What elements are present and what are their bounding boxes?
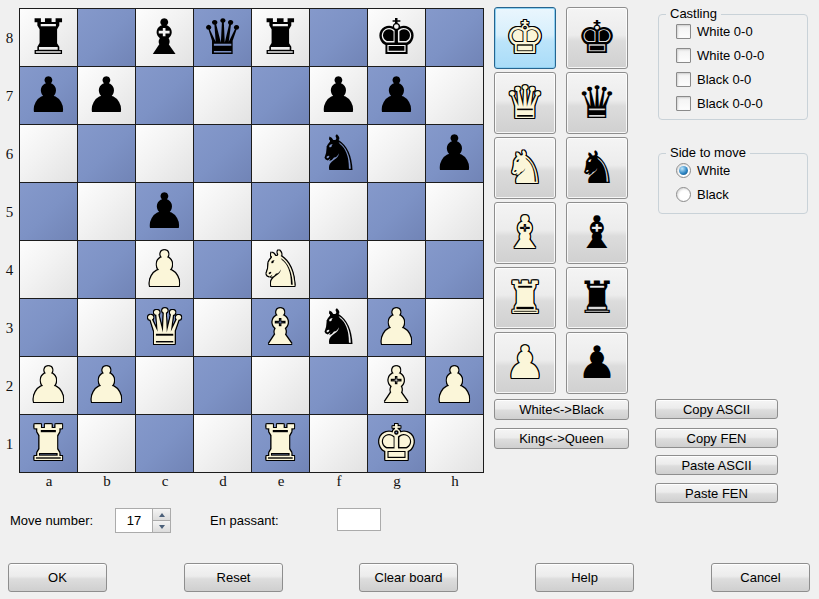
square-e3[interactable]: ♝ bbox=[252, 299, 309, 356]
square-e1[interactable]: ♜ bbox=[252, 415, 309, 472]
radio-button[interactable] bbox=[676, 187, 691, 202]
castling-group-title: Castling bbox=[666, 6, 721, 21]
square-c2[interactable] bbox=[136, 357, 193, 414]
square-e6[interactable] bbox=[252, 125, 309, 182]
black-knight-piece: ♞ bbox=[310, 299, 367, 356]
palette-white-king-button[interactable]: ♚ bbox=[494, 7, 556, 69]
copy-fen-button[interactable]: Copy FEN bbox=[655, 428, 778, 448]
side-to-move-option-white[interactable]: White bbox=[676, 164, 730, 177]
checkbox-label: White 0-0-0 bbox=[697, 48, 764, 63]
square-d1[interactable] bbox=[194, 415, 251, 472]
checkbox[interactable] bbox=[676, 24, 691, 39]
rank-label-6: 6 bbox=[0, 125, 19, 183]
white-queen-piece: ♛ bbox=[136, 299, 193, 356]
square-f1[interactable] bbox=[310, 415, 367, 472]
square-b5[interactable] bbox=[78, 183, 135, 240]
piece-palette: ♚♚♛♛♞♞♝♝♜♜♟♟ bbox=[494, 7, 628, 394]
palette-black-pawn-button[interactable]: ♟ bbox=[566, 332, 628, 394]
rank-label-2: 2 bbox=[0, 357, 19, 415]
clear-board-button[interactable]: Clear board bbox=[359, 563, 458, 592]
square-f3[interactable]: ♞ bbox=[310, 299, 367, 356]
rank-labels: 87654321 bbox=[0, 9, 19, 473]
square-c8[interactable]: ♝ bbox=[136, 9, 193, 66]
paste-fen-button[interactable]: Paste FEN bbox=[655, 483, 778, 503]
palette-white-pawn-button[interactable]: ♟ bbox=[494, 332, 556, 394]
square-c6[interactable] bbox=[136, 125, 193, 182]
rank-label-1: 1 bbox=[0, 415, 19, 473]
file-label-e: e bbox=[252, 471, 310, 491]
file-label-f: f bbox=[310, 471, 368, 491]
square-d7[interactable] bbox=[194, 67, 251, 124]
black-pawn-piece: ♟ bbox=[20, 67, 77, 124]
file-label-a: a bbox=[20, 471, 78, 491]
board: ♜♝♛♜♚♟♟♟♟♞♟♟♟♞♛♝♞♟♟♟♝♟♜♜♚ bbox=[19, 8, 484, 473]
palette-white-rook-button[interactable]: ♜ bbox=[494, 267, 556, 329]
white-knight-icon: ♞ bbox=[505, 141, 545, 194]
black-bishop-icon: ♝ bbox=[577, 206, 617, 259]
square-b8[interactable] bbox=[78, 9, 135, 66]
square-e4[interactable]: ♞ bbox=[252, 241, 309, 298]
black-pawn-piece: ♟ bbox=[426, 125, 483, 182]
square-e7[interactable] bbox=[252, 67, 309, 124]
square-f5[interactable] bbox=[310, 183, 367, 240]
square-d3[interactable] bbox=[194, 299, 251, 356]
white-queen-icon: ♛ bbox=[505, 76, 545, 129]
white-bishop-piece: ♝ bbox=[368, 357, 425, 414]
file-label-d: d bbox=[194, 471, 252, 491]
file-labels: abcdefgh bbox=[20, 471, 484, 491]
square-g5[interactable] bbox=[368, 183, 425, 240]
square-b7[interactable]: ♟ bbox=[78, 67, 135, 124]
copy-ascii-button[interactable]: Copy ASCII bbox=[655, 399, 778, 419]
square-e8[interactable]: ♜ bbox=[252, 9, 309, 66]
square-f2[interactable] bbox=[310, 357, 367, 414]
checkbox[interactable] bbox=[676, 48, 691, 63]
square-h5[interactable] bbox=[426, 183, 483, 240]
reset-button[interactable]: Reset bbox=[184, 563, 283, 592]
white-black-swap-button[interactable]: White<->Black bbox=[494, 399, 629, 420]
king-queen-swap-button[interactable]: King<->Queen bbox=[494, 428, 629, 449]
white-rook-piece: ♜ bbox=[20, 415, 77, 472]
arrow-up-icon bbox=[159, 513, 165, 517]
square-a7[interactable]: ♟ bbox=[20, 67, 77, 124]
move-number-label: Move number: bbox=[10, 513, 93, 528]
black-knight-icon: ♞ bbox=[577, 141, 617, 194]
black-rook-piece: ♜ bbox=[20, 9, 77, 66]
black-knight-piece: ♞ bbox=[310, 125, 367, 182]
black-pawn-piece: ♟ bbox=[78, 67, 135, 124]
help-button[interactable]: Help bbox=[535, 563, 634, 592]
black-pawn-icon: ♟ bbox=[577, 336, 617, 389]
square-d8[interactable]: ♛ bbox=[194, 9, 251, 66]
black-pawn-piece: ♟ bbox=[310, 67, 367, 124]
palette-black-bishop-button[interactable]: ♝ bbox=[566, 202, 628, 264]
square-a4[interactable] bbox=[20, 241, 77, 298]
en-passant-input[interactable] bbox=[337, 508, 381, 531]
square-g8[interactable]: ♚ bbox=[368, 9, 425, 66]
square-d5[interactable] bbox=[194, 183, 251, 240]
square-c5[interactable]: ♟ bbox=[136, 183, 193, 240]
palette-black-knight-button[interactable]: ♞ bbox=[566, 137, 628, 199]
white-pawn-piece: ♟ bbox=[136, 241, 193, 298]
square-a6[interactable] bbox=[20, 125, 77, 182]
castling-option-3[interactable]: Black 0-0-0 bbox=[676, 97, 764, 110]
square-d2[interactable] bbox=[194, 357, 251, 414]
square-b3[interactable] bbox=[78, 299, 135, 356]
square-f6[interactable]: ♞ bbox=[310, 125, 367, 182]
black-bishop-piece: ♝ bbox=[136, 9, 193, 66]
spinner-up-button[interactable] bbox=[153, 509, 170, 520]
square-b6[interactable] bbox=[78, 125, 135, 182]
black-queen-icon: ♛ bbox=[577, 76, 617, 129]
white-rook-piece: ♜ bbox=[252, 415, 309, 472]
radio-label: White bbox=[697, 163, 730, 178]
square-a5[interactable] bbox=[20, 183, 77, 240]
paste-ascii-button[interactable]: Paste ASCII bbox=[655, 455, 778, 475]
square-f7[interactable]: ♟ bbox=[310, 67, 367, 124]
white-pawn-piece: ♟ bbox=[426, 357, 483, 414]
square-a2[interactable]: ♟ bbox=[20, 357, 77, 414]
file-label-c: c bbox=[136, 471, 194, 491]
file-label-h: h bbox=[426, 471, 484, 491]
checkbox-label: Black 0-0-0 bbox=[697, 96, 763, 111]
square-e5[interactable] bbox=[252, 183, 309, 240]
side-to-move-group: Side to move WhiteBlack bbox=[658, 153, 808, 214]
white-pawn-piece: ♟ bbox=[20, 357, 77, 414]
checkbox-label: White 0-0 bbox=[697, 24, 753, 39]
palette-white-bishop-button[interactable]: ♝ bbox=[494, 202, 556, 264]
black-queen-piece: ♛ bbox=[194, 9, 251, 66]
square-h1[interactable] bbox=[426, 415, 483, 472]
black-rook-icon: ♜ bbox=[577, 271, 617, 324]
checkbox-label: Black 0-0 bbox=[697, 72, 751, 87]
castling-group: Castling White 0-0White 0-0-0Black 0-0Bl… bbox=[658, 14, 808, 120]
square-c1[interactable] bbox=[136, 415, 193, 472]
palette-black-king-button[interactable]: ♚ bbox=[566, 7, 628, 69]
palette-black-rook-button[interactable]: ♜ bbox=[566, 267, 628, 329]
white-pawn-piece: ♟ bbox=[78, 357, 135, 414]
square-g6[interactable] bbox=[368, 125, 425, 182]
white-knight-piece: ♞ bbox=[252, 241, 309, 298]
palette-black-queen-button[interactable]: ♛ bbox=[566, 72, 628, 134]
black-pawn-piece: ♟ bbox=[368, 67, 425, 124]
square-b2[interactable]: ♟ bbox=[78, 357, 135, 414]
castling-option-1[interactable]: White 0-0-0 bbox=[676, 49, 764, 62]
cancel-button[interactable]: Cancel bbox=[711, 563, 810, 592]
square-h4[interactable] bbox=[426, 241, 483, 298]
ok-button[interactable]: OK bbox=[8, 563, 107, 592]
square-a1[interactable]: ♜ bbox=[20, 415, 77, 472]
move-number-value[interactable]: 17 bbox=[115, 508, 153, 533]
square-b4[interactable] bbox=[78, 241, 135, 298]
rank-label-7: 7 bbox=[0, 67, 19, 125]
square-a8[interactable]: ♜ bbox=[20, 9, 77, 66]
square-c3[interactable]: ♛ bbox=[136, 299, 193, 356]
square-h8[interactable] bbox=[426, 9, 483, 66]
black-king-icon: ♚ bbox=[577, 11, 617, 64]
black-king-piece: ♚ bbox=[368, 9, 425, 66]
palette-white-knight-button[interactable]: ♞ bbox=[494, 137, 556, 199]
square-f4[interactable] bbox=[310, 241, 367, 298]
radio-button[interactable] bbox=[676, 163, 691, 178]
arrow-down-icon bbox=[159, 525, 165, 529]
square-h7[interactable] bbox=[426, 67, 483, 124]
square-g7[interactable]: ♟ bbox=[368, 67, 425, 124]
en-passant-label: En passant: bbox=[210, 513, 279, 528]
square-h3[interactable] bbox=[426, 299, 483, 356]
rank-label-8: 8 bbox=[0, 9, 19, 67]
file-label-b: b bbox=[78, 471, 136, 491]
black-rook-piece: ♜ bbox=[252, 9, 309, 66]
square-a3[interactable] bbox=[20, 299, 77, 356]
square-b1[interactable] bbox=[78, 415, 135, 472]
square-h2[interactable]: ♟ bbox=[426, 357, 483, 414]
white-king-piece: ♚ bbox=[368, 415, 425, 472]
white-rook-icon: ♜ bbox=[505, 271, 545, 324]
square-c7[interactable] bbox=[136, 67, 193, 124]
checkbox[interactable] bbox=[676, 72, 691, 87]
square-e2[interactable] bbox=[252, 357, 309, 414]
position-setup-dialog: { "game": "chess", "position": { "fen": … bbox=[0, 0, 819, 599]
castling-option-0[interactable]: White 0-0 bbox=[676, 25, 764, 38]
rank-label-4: 4 bbox=[0, 241, 19, 299]
radio-label: Black bbox=[697, 187, 729, 202]
white-bishop-icon: ♝ bbox=[505, 206, 545, 259]
square-g2[interactable]: ♝ bbox=[368, 357, 425, 414]
square-g4[interactable] bbox=[368, 241, 425, 298]
checkbox[interactable] bbox=[676, 96, 691, 111]
rank-label-3: 3 bbox=[0, 299, 19, 357]
spinner-down-button[interactable] bbox=[153, 520, 170, 532]
file-label-g: g bbox=[368, 471, 426, 491]
square-f8[interactable] bbox=[310, 9, 367, 66]
black-pawn-piece: ♟ bbox=[136, 183, 193, 240]
rank-label-5: 5 bbox=[0, 183, 19, 241]
square-d6[interactable] bbox=[194, 125, 251, 182]
square-g1[interactable]: ♚ bbox=[368, 415, 425, 472]
square-h6[interactable]: ♟ bbox=[426, 125, 483, 182]
palette-white-queen-button[interactable]: ♛ bbox=[494, 72, 556, 134]
white-king-icon: ♚ bbox=[505, 11, 545, 64]
move-number-stepper: 17 bbox=[115, 508, 171, 533]
side-to-move-option-black[interactable]: Black bbox=[676, 188, 730, 201]
square-c4[interactable]: ♟ bbox=[136, 241, 193, 298]
side-to-move-group-title: Side to move bbox=[666, 145, 750, 160]
white-bishop-piece: ♝ bbox=[252, 299, 309, 356]
square-g3[interactable]: ♟ bbox=[368, 299, 425, 356]
white-pawn-piece: ♟ bbox=[368, 299, 425, 356]
white-pawn-icon: ♟ bbox=[505, 336, 545, 389]
castling-option-2[interactable]: Black 0-0 bbox=[676, 73, 764, 86]
square-d4[interactable] bbox=[194, 241, 251, 298]
